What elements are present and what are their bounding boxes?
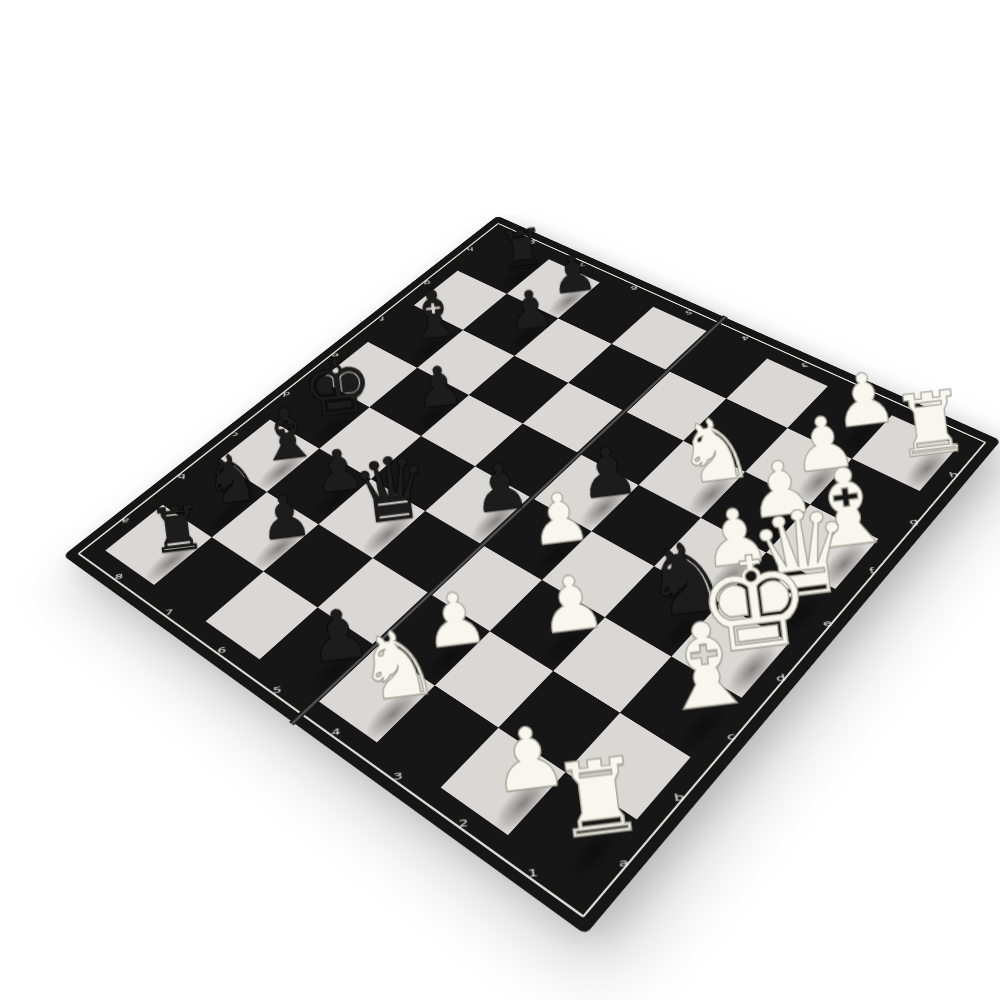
black-pawn-b7: ♟ (255, 484, 314, 549)
square-a8: ♜ (105, 505, 212, 585)
black-queen-c6: ♛ (347, 441, 435, 537)
black-rook-h8: ♜ (496, 220, 549, 278)
black-pawn-h7: ♟ (548, 245, 600, 301)
black-pawn-e7: ♟ (412, 357, 467, 417)
white-rook-h1: ♜ (888, 377, 974, 471)
black-bishop-f8: ♝ (401, 279, 467, 351)
white-bishop-c1: ♝ (647, 603, 765, 731)
white-knight-a4: ♞ (351, 615, 444, 716)
black-rook-a8: ♜ (146, 494, 208, 562)
white-rook-a1: ♜ (547, 742, 651, 855)
chess-board: abcdefgh abcdefgh 87654321 87654321 ♜♞♝♚… (63, 216, 1000, 935)
black-pawn-d5: ♟ (468, 453, 532, 523)
photo-background: abcdefgh abcdefgh 87654321 87654321 ♜♞♝♚… (0, 0, 1000, 1000)
board-grid: ♜♞♝♚♝♜♟♟♟♟♟♛♟♟♞♟♟♟♟♞♟♞♟♟♟♟♜♝♚♛♝♜ (105, 237, 958, 886)
black-pawn-g7: ♟ (504, 281, 557, 339)
white-pawn-d4: ♟ (525, 482, 594, 557)
white-pawn-c3: ♟ (533, 563, 609, 646)
